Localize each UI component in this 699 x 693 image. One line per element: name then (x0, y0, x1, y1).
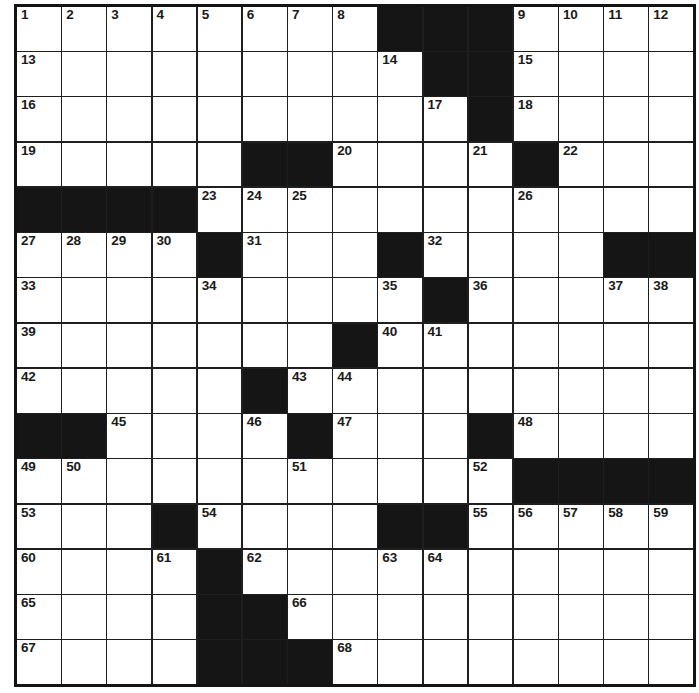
cell-r6c12[interactable] (514, 233, 558, 277)
clue-number-68: 68 (337, 641, 352, 656)
cell-r9c4[interactable] (153, 369, 197, 413)
clue-number-55: 55 (473, 506, 488, 521)
cell-r5c7[interactable]: 25 (288, 188, 332, 232)
cell-r10c3[interactable]: 45 (107, 414, 151, 458)
cell-r7c3[interactable] (107, 278, 151, 322)
clue-number-26: 26 (518, 189, 533, 204)
cell-r6c4[interactable]: 30 (153, 233, 197, 277)
clue-number-65: 65 (21, 596, 36, 611)
clue-number-40: 40 (382, 325, 397, 340)
clue-number-9: 9 (518, 8, 525, 23)
clue-number-51: 51 (292, 460, 307, 475)
cell-r14c8[interactable] (333, 595, 377, 639)
clue-number-24: 24 (247, 189, 262, 204)
black-cell-r5c4 (153, 188, 197, 232)
cell-r8c9[interactable]: 40 (378, 324, 422, 368)
cell-r4c13[interactable]: 22 (559, 143, 603, 187)
black-cell-r6c15 (649, 233, 693, 277)
cell-r11c5[interactable] (198, 459, 242, 503)
cell-r8c6[interactable] (243, 324, 287, 368)
clue-number-32: 32 (428, 234, 443, 249)
cell-r5c15[interactable] (649, 188, 693, 232)
cell-r8c2[interactable] (62, 324, 106, 368)
black-cell-r10c2 (62, 414, 106, 458)
clue-number-16: 16 (21, 98, 36, 113)
cell-r1c12[interactable]: 9 (514, 7, 558, 51)
clue-number-23: 23 (202, 189, 217, 204)
cell-r7c7[interactable] (288, 278, 332, 322)
cell-r14c12[interactable] (514, 595, 558, 639)
clue-number-58: 58 (608, 506, 623, 521)
black-cell-r6c9 (378, 233, 422, 277)
cell-r10c6[interactable]: 46 (243, 414, 287, 458)
cell-r10c14[interactable] (604, 414, 648, 458)
clue-number-2: 2 (66, 8, 73, 23)
clue-number-31: 31 (247, 234, 262, 249)
clue-number-18: 18 (518, 98, 533, 113)
clue-number-48: 48 (518, 415, 533, 430)
cell-r12c6[interactable] (243, 505, 287, 549)
cell-r14c7[interactable]: 66 (288, 595, 332, 639)
cell-r9c3[interactable] (107, 369, 151, 413)
black-cell-r5c2 (62, 188, 106, 232)
cell-r5c14[interactable] (604, 188, 648, 232)
cell-r6c3[interactable]: 29 (107, 233, 151, 277)
cell-r10c8[interactable]: 47 (333, 414, 377, 458)
cell-r11c4[interactable] (153, 459, 197, 503)
clue-number-10: 10 (563, 8, 578, 23)
cell-r13c13[interactable] (559, 550, 603, 594)
cell-r15c4[interactable] (153, 640, 197, 684)
cell-r11c7[interactable]: 51 (288, 459, 332, 503)
cell-r3c15[interactable] (649, 97, 693, 141)
black-cell-r6c14 (604, 233, 648, 277)
cell-r9c7[interactable]: 43 (288, 369, 332, 413)
black-cell-r13c5 (198, 550, 242, 594)
cell-r12c1[interactable]: 53 (17, 505, 61, 549)
cell-r13c11[interactable] (469, 550, 513, 594)
cell-r7c11[interactable]: 36 (469, 278, 513, 322)
black-cell-r5c3 (107, 188, 151, 232)
cell-r11c1[interactable]: 49 (17, 459, 61, 503)
cell-r4c10[interactable] (424, 143, 468, 187)
cell-r7c5[interactable]: 34 (198, 278, 242, 322)
clue-number-43: 43 (292, 370, 307, 385)
cell-r4c4[interactable] (153, 143, 197, 187)
black-cell-r10c7 (288, 414, 332, 458)
cell-r9c1[interactable]: 42 (17, 369, 61, 413)
cell-r2c13[interactable] (559, 52, 603, 96)
cell-r10c10[interactable] (424, 414, 468, 458)
cell-r3c4[interactable] (153, 97, 197, 141)
cell-r9c13[interactable] (559, 369, 603, 413)
cell-r7c12[interactable] (514, 278, 558, 322)
cell-r1c8[interactable]: 8 (333, 7, 377, 51)
clue-number-38: 38 (653, 279, 668, 294)
black-cell-r12c4 (153, 505, 197, 549)
cell-r15c15[interactable] (649, 640, 693, 684)
cell-r1c15[interactable]: 12 (649, 7, 693, 51)
cell-r9c10[interactable] (424, 369, 468, 413)
black-cell-r7c10 (424, 278, 468, 322)
cell-r12c2[interactable] (62, 505, 106, 549)
cell-r8c5[interactable] (198, 324, 242, 368)
cell-r12c11[interactable]: 55 (469, 505, 513, 549)
cell-r3c3[interactable] (107, 97, 151, 141)
cell-r8c1[interactable]: 39 (17, 324, 61, 368)
clue-number-57: 57 (563, 506, 578, 521)
cell-r3c12[interactable]: 18 (514, 97, 558, 141)
cell-r6c10[interactable]: 32 (424, 233, 468, 277)
cell-r8c10[interactable]: 41 (424, 324, 468, 368)
clue-number-50: 50 (66, 460, 81, 475)
clue-number-21: 21 (473, 144, 488, 159)
cell-r9c9[interactable] (378, 369, 422, 413)
cell-r14c9[interactable] (378, 595, 422, 639)
cell-r13c14[interactable] (604, 550, 648, 594)
clue-number-63: 63 (382, 551, 397, 566)
black-cell-r12c10 (424, 505, 468, 549)
cell-r6c6[interactable]: 31 (243, 233, 287, 277)
cell-r2c3[interactable] (107, 52, 151, 96)
clue-number-49: 49 (21, 460, 36, 475)
cell-r8c4[interactable] (153, 324, 197, 368)
clue-number-20: 20 (337, 144, 352, 159)
clue-number-59: 59 (653, 506, 668, 521)
cell-r13c4[interactable]: 61 (153, 550, 197, 594)
cell-r2c4[interactable] (153, 52, 197, 96)
cell-r15c11[interactable] (469, 640, 513, 684)
cell-r10c13[interactable] (559, 414, 603, 458)
cell-r9c12[interactable] (514, 369, 558, 413)
clue-number-5: 5 (202, 8, 209, 23)
black-cell-r14c5 (198, 595, 242, 639)
clue-number-41: 41 (428, 325, 443, 340)
cell-r9c15[interactable] (649, 369, 693, 413)
cell-r8c11[interactable] (469, 324, 513, 368)
cell-r7c6[interactable] (243, 278, 287, 322)
cell-r11c11[interactable]: 52 (469, 459, 513, 503)
cell-r1c5[interactable]: 5 (198, 7, 242, 51)
cell-r12c12[interactable]: 56 (514, 505, 558, 549)
cell-r7c14[interactable]: 37 (604, 278, 648, 322)
cell-r2c9[interactable]: 14 (378, 52, 422, 96)
clue-number-35: 35 (382, 279, 397, 294)
cell-r8c7[interactable] (288, 324, 332, 368)
clue-number-27: 27 (21, 234, 36, 249)
cell-r7c1[interactable]: 33 (17, 278, 61, 322)
cell-r4c15[interactable] (649, 143, 693, 187)
clue-number-7: 7 (292, 8, 299, 23)
cell-r5c8[interactable] (333, 188, 377, 232)
cell-r11c8[interactable] (333, 459, 377, 503)
black-cell-r11c12 (514, 459, 558, 503)
clue-number-62: 62 (247, 551, 262, 566)
cell-r14c11[interactable] (469, 595, 513, 639)
cell-r14c13[interactable] (559, 595, 603, 639)
cell-r3c8[interactable] (333, 97, 377, 141)
cell-r13c8[interactable] (333, 550, 377, 594)
cell-r3c5[interactable] (198, 97, 242, 141)
cell-r5c12[interactable]: 26 (514, 188, 558, 232)
cell-r13c9[interactable]: 63 (378, 550, 422, 594)
cell-r15c14[interactable] (604, 640, 648, 684)
cell-r8c12[interactable] (514, 324, 558, 368)
cell-r9c8[interactable]: 44 (333, 369, 377, 413)
black-cell-r4c12 (514, 143, 558, 187)
black-cell-r6c5 (198, 233, 242, 277)
cell-r3c10[interactable]: 17 (424, 97, 468, 141)
cell-r14c4[interactable] (153, 595, 197, 639)
clue-number-29: 29 (111, 234, 126, 249)
clue-number-22: 22 (563, 144, 578, 159)
cell-r13c7[interactable] (288, 550, 332, 594)
cell-r14c3[interactable] (107, 595, 151, 639)
clue-number-66: 66 (292, 596, 307, 611)
black-cell-r14c6 (243, 595, 287, 639)
black-cell-r4c7 (288, 143, 332, 187)
cell-r2c14[interactable] (604, 52, 648, 96)
black-cell-r10c11 (469, 414, 513, 458)
clue-number-64: 64 (428, 551, 443, 566)
cell-r4c1[interactable]: 19 (17, 143, 61, 187)
cell-r1c3[interactable]: 3 (107, 7, 151, 51)
cell-r14c1[interactable]: 65 (17, 595, 61, 639)
cell-r11c6[interactable] (243, 459, 287, 503)
black-cell-r10c1 (17, 414, 61, 458)
cell-r5c13[interactable] (559, 188, 603, 232)
cell-r15c12[interactable] (514, 640, 558, 684)
cell-r2c7[interactable] (288, 52, 332, 96)
cell-r10c4[interactable] (153, 414, 197, 458)
cell-r4c14[interactable] (604, 143, 648, 187)
black-cell-r3c11 (469, 97, 513, 141)
cell-r2c5[interactable] (198, 52, 242, 96)
clue-number-15: 15 (518, 53, 533, 68)
clue-number-1: 1 (21, 8, 28, 23)
cell-r6c13[interactable] (559, 233, 603, 277)
cell-r8c14[interactable] (604, 324, 648, 368)
cell-r12c13[interactable]: 57 (559, 505, 603, 549)
cell-r2c1[interactable]: 13 (17, 52, 61, 96)
clue-number-28: 28 (66, 234, 81, 249)
cell-r13c2[interactable] (62, 550, 106, 594)
black-cell-r15c7 (288, 640, 332, 684)
clue-number-44: 44 (337, 370, 352, 385)
cell-r9c5[interactable] (198, 369, 242, 413)
clue-number-45: 45 (111, 415, 126, 430)
cell-r15c13[interactable] (559, 640, 603, 684)
cell-r8c13[interactable] (559, 324, 603, 368)
clue-number-53: 53 (21, 506, 36, 521)
clue-number-60: 60 (21, 551, 36, 566)
clue-number-12: 12 (653, 8, 668, 23)
cell-r13c10[interactable]: 64 (424, 550, 468, 594)
cell-r12c15[interactable]: 59 (649, 505, 693, 549)
clue-number-36: 36 (473, 279, 488, 294)
cell-r2c2[interactable] (62, 52, 106, 96)
clue-number-17: 17 (428, 98, 443, 113)
cell-r9c11[interactable] (469, 369, 513, 413)
cell-r6c7[interactable] (288, 233, 332, 277)
cell-r10c12[interactable]: 48 (514, 414, 558, 458)
cell-r5c6[interactable]: 24 (243, 188, 287, 232)
clue-number-34: 34 (202, 279, 217, 294)
clue-number-11: 11 (608, 8, 622, 23)
cell-r3c9[interactable] (378, 97, 422, 141)
clue-number-13: 13 (21, 53, 36, 68)
cell-r15c9[interactable] (378, 640, 422, 684)
cell-r6c1[interactable]: 27 (17, 233, 61, 277)
cell-r4c9[interactable] (378, 143, 422, 187)
cell-r14c14[interactable] (604, 595, 648, 639)
cell-r8c15[interactable] (649, 324, 693, 368)
black-cell-r5c1 (17, 188, 61, 232)
cell-r10c5[interactable] (198, 414, 242, 458)
cell-r6c2[interactable]: 28 (62, 233, 106, 277)
cell-r5c11[interactable] (469, 188, 513, 232)
clue-number-4: 4 (157, 8, 164, 23)
cell-r3c7[interactable] (288, 97, 332, 141)
cell-r13c3[interactable] (107, 550, 151, 594)
black-cell-r11c15 (649, 459, 693, 503)
cell-r2c12[interactable]: 15 (514, 52, 558, 96)
cell-r9c2[interactable] (62, 369, 106, 413)
cell-r2c8[interactable] (333, 52, 377, 96)
cell-r11c2[interactable]: 50 (62, 459, 106, 503)
clue-number-46: 46 (247, 415, 262, 430)
cell-r12c14[interactable]: 58 (604, 505, 648, 549)
clue-number-33: 33 (21, 279, 36, 294)
cell-r7c13[interactable] (559, 278, 603, 322)
clue-number-25: 25 (292, 189, 307, 204)
cell-r4c5[interactable] (198, 143, 242, 187)
cell-r13c6[interactable]: 62 (243, 550, 287, 594)
cell-r1c14[interactable]: 11 (604, 7, 648, 51)
clue-number-37: 37 (608, 279, 623, 294)
cell-r7c2[interactable] (62, 278, 106, 322)
cell-r11c10[interactable] (424, 459, 468, 503)
cell-r12c5[interactable]: 54 (198, 505, 242, 549)
clue-number-47: 47 (337, 415, 352, 430)
cell-r3c1[interactable]: 16 (17, 97, 61, 141)
cell-r5c9[interactable] (378, 188, 422, 232)
clue-number-61: 61 (157, 551, 172, 566)
cell-r4c8[interactable]: 20 (333, 143, 377, 187)
cell-r8c3[interactable] (107, 324, 151, 368)
black-cell-r1c10 (424, 7, 468, 51)
black-cell-r11c14 (604, 459, 648, 503)
cell-r6c8[interactable] (333, 233, 377, 277)
cell-r14c10[interactable] (424, 595, 468, 639)
cell-r15c8[interactable]: 68 (333, 640, 377, 684)
cell-r15c10[interactable] (424, 640, 468, 684)
clue-number-56: 56 (518, 506, 533, 521)
cell-r10c15[interactable] (649, 414, 693, 458)
black-cell-r11c13 (559, 459, 603, 503)
cell-r1c2[interactable]: 2 (62, 7, 106, 51)
cell-r9c14[interactable] (604, 369, 648, 413)
black-cell-r12c9 (378, 505, 422, 549)
cell-r7c4[interactable] (153, 278, 197, 322)
cell-r3c2[interactable] (62, 97, 106, 141)
black-cell-r8c8 (333, 324, 377, 368)
black-cell-r2c10 (424, 52, 468, 96)
cell-r1c1[interactable]: 1 (17, 7, 61, 51)
cell-r12c3[interactable] (107, 505, 151, 549)
cell-r6c11[interactable] (469, 233, 513, 277)
clue-number-19: 19 (21, 144, 36, 159)
crossword-grid: 1234567891011121314151617181920212223242… (14, 4, 696, 687)
cell-r15c2[interactable] (62, 640, 106, 684)
clue-number-30: 30 (157, 234, 172, 249)
clue-number-42: 42 (21, 370, 36, 385)
black-cell-r9c6 (243, 369, 287, 413)
cell-r15c3[interactable] (107, 640, 151, 684)
clue-number-3: 3 (111, 8, 118, 23)
cell-r11c9[interactable] (378, 459, 422, 503)
black-cell-r1c11 (469, 7, 513, 51)
clue-number-52: 52 (473, 460, 488, 475)
clue-number-67: 67 (21, 641, 36, 656)
cell-r5c5[interactable]: 23 (198, 188, 242, 232)
clue-number-8: 8 (337, 8, 344, 23)
black-cell-r15c6 (243, 640, 287, 684)
cell-r2c6[interactable] (243, 52, 287, 96)
black-cell-r4c6 (243, 143, 287, 187)
cell-r1c6[interactable]: 6 (243, 7, 287, 51)
black-cell-r2c11 (469, 52, 513, 96)
cell-r3c14[interactable] (604, 97, 648, 141)
cell-r4c3[interactable] (107, 143, 151, 187)
cell-r13c12[interactable] (514, 550, 558, 594)
black-cell-r1c9 (378, 7, 422, 51)
cell-r14c2[interactable] (62, 595, 106, 639)
clue-number-6: 6 (247, 8, 254, 23)
cell-r11c3[interactable] (107, 459, 151, 503)
cell-r3c13[interactable] (559, 97, 603, 141)
cell-r13c15[interactable] (649, 550, 693, 594)
cell-r7c8[interactable] (333, 278, 377, 322)
cell-r3c6[interactable] (243, 97, 287, 141)
cell-r5c10[interactable] (424, 188, 468, 232)
cell-r12c8[interactable] (333, 505, 377, 549)
cell-r1c4[interactable]: 4 (153, 7, 197, 51)
cell-r1c13[interactable]: 10 (559, 7, 603, 51)
black-cell-r15c5 (198, 640, 242, 684)
cell-r7c9[interactable]: 35 (378, 278, 422, 322)
cell-r12c7[interactable] (288, 505, 332, 549)
cell-r7c15[interactable]: 38 (649, 278, 693, 322)
cell-r4c2[interactable] (62, 143, 106, 187)
cell-r13c1[interactable]: 60 (17, 550, 61, 594)
cell-r4c11[interactable]: 21 (469, 143, 513, 187)
cell-r10c9[interactable] (378, 414, 422, 458)
clue-number-39: 39 (21, 325, 36, 340)
cell-r2c15[interactable] (649, 52, 693, 96)
cell-r14c15[interactable] (649, 595, 693, 639)
clue-number-54: 54 (202, 506, 217, 521)
cell-r1c7[interactable]: 7 (288, 7, 332, 51)
cell-r15c1[interactable]: 67 (17, 640, 61, 684)
clue-number-14: 14 (382, 53, 397, 68)
